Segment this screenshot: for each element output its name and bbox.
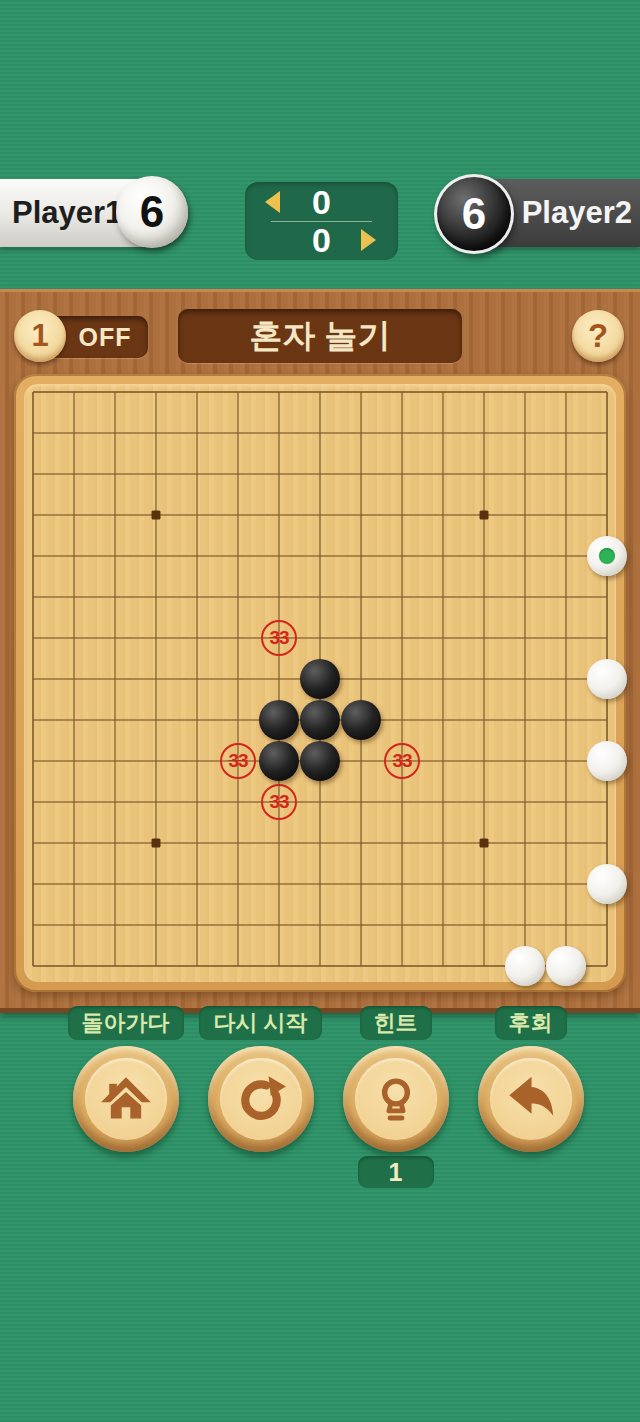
- gomoku-board[interactable]: 33333333: [33, 392, 607, 966]
- forbidden-33-marker: 33: [384, 743, 420, 779]
- hint-count-badge: 1: [358, 1156, 434, 1188]
- forbidden-33-marker: 33: [261, 784, 297, 820]
- forbidden-33-marker: 33: [220, 743, 256, 779]
- home-icon: [100, 1073, 152, 1125]
- home-button-face: [85, 1058, 167, 1140]
- white-stone: [587, 864, 627, 904]
- hint-control: 힌트 1: [328, 1006, 463, 1188]
- restart-icon: [235, 1073, 287, 1125]
- white-stone: [587, 659, 627, 699]
- restart-button-face: [220, 1058, 302, 1140]
- player2-black-stone-avatar: 6: [434, 174, 514, 254]
- star-point: [152, 511, 161, 520]
- help-button[interactable]: ?: [572, 310, 624, 362]
- forbidden-33-marker: 33: [261, 620, 297, 656]
- restart-label: 다시 시작: [199, 1006, 321, 1040]
- last-move-green-dot: [599, 548, 615, 564]
- restart-control: 다시 시작: [193, 1006, 328, 1188]
- score-box: 0 0: [245, 182, 398, 260]
- help-icon: ?: [588, 317, 608, 355]
- home-control: 돌아가다: [58, 1006, 193, 1188]
- undo-arrow-icon: [505, 1073, 557, 1125]
- off-label: OFF: [79, 323, 132, 351]
- mode-title-label: 혼자 놀기: [249, 317, 390, 354]
- black-stone: [259, 741, 299, 781]
- badge-number: 1: [31, 318, 48, 354]
- black-stone: [341, 700, 381, 740]
- black-stone: [300, 741, 340, 781]
- hint-button[interactable]: [343, 1046, 449, 1152]
- score-next-arrow-icon[interactable]: [361, 229, 376, 251]
- app-screen: Player1 6 0 0 Player2 6 OFF 1 혼자 놀기 ? 33…: [0, 0, 640, 1422]
- mode-title: 혼자 놀기: [178, 309, 462, 363]
- score-top-value: 0: [245, 184, 398, 220]
- star-point: [152, 839, 161, 848]
- player1-name: Player1: [12, 179, 122, 247]
- undo-control: 후회: [463, 1006, 598, 1188]
- white-stone: [587, 536, 627, 576]
- lightbulb-icon: [370, 1073, 422, 1125]
- bottom-controls: 돌아가다 다시 시작: [58, 1006, 598, 1188]
- player2-name: Player2: [522, 179, 632, 247]
- black-stone: [300, 659, 340, 699]
- hint-button-face: [355, 1058, 437, 1140]
- player1-white-stone-avatar: 6: [116, 176, 188, 248]
- player2-stone-count: 6: [462, 189, 486, 239]
- star-point: [480, 511, 489, 520]
- black-stone: [259, 700, 299, 740]
- undo-button-face: [490, 1058, 572, 1140]
- white-stone: [587, 741, 627, 781]
- star-point: [480, 839, 489, 848]
- white-stone: [505, 946, 545, 986]
- undo-label: 후회: [495, 1006, 567, 1040]
- restart-button[interactable]: [208, 1046, 314, 1152]
- white-stone: [546, 946, 586, 986]
- home-button[interactable]: [73, 1046, 179, 1152]
- toggle-number-badge[interactable]: 1: [14, 310, 66, 362]
- undo-button[interactable]: [478, 1046, 584, 1152]
- player1-stone-count: 6: [140, 187, 164, 237]
- hint-label: 힌트: [360, 1006, 432, 1040]
- black-stone: [300, 700, 340, 740]
- home-label: 돌아가다: [68, 1006, 184, 1040]
